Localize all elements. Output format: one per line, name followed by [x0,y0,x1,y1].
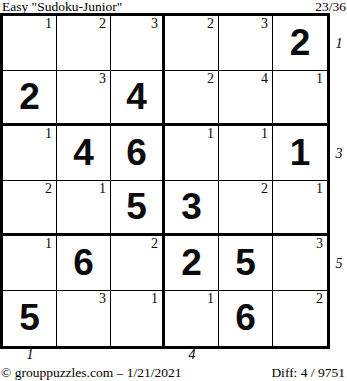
cell-value: 4 [73,134,94,171]
corner-mark: 2 [99,16,106,32]
cell-value: 2 [181,244,202,281]
footer: © grouppuzzles.com – 1/21/2021 Diff: 4 /… [0,365,347,381]
column-label-4: 4 [184,346,200,364]
cell-r6c5[interactable]: 6 [219,291,273,346]
corner-mark: 1 [261,126,268,142]
cell-r3c5[interactable]: 1 [219,126,273,181]
cell-r4c3[interactable]: 5 [111,181,165,236]
cell-r2c1[interactable]: 2 [3,71,57,126]
cell-r5c3[interactable]: 2 [111,236,165,291]
row-label-5: 5 [331,255,347,273]
cell-r5c4[interactable]: 2 [165,236,219,291]
cell-r4c4[interactable]: 3 [165,181,219,236]
cell-r4c1[interactable]: 2 [3,181,57,236]
cell-r3c1[interactable]: 1 [3,126,57,181]
cell-r1c6[interactable]: 2 [273,16,327,71]
puzzle-page: Easy "Sudoku-Junior" 23/36 1232322342411… [0,0,347,381]
cell-r3c4[interactable]: 1 [165,126,219,181]
corner-mark: 2 [151,236,158,252]
cell-r2c4[interactable]: 2 [165,71,219,126]
corner-mark: 1 [207,126,214,142]
corner-mark: 1 [151,291,158,307]
cell-r2c2[interactable]: 3 [57,71,111,126]
cell-r4c6[interactable]: 1 [273,181,327,236]
corner-mark: 3 [316,236,323,252]
puzzle-counter: 23/36 [315,0,346,14]
cell-r5c2[interactable]: 6 [57,236,111,291]
row-label-3: 3 [331,145,347,163]
cell-r4c5[interactable]: 2 [219,181,273,236]
corner-mark: 2 [45,181,52,197]
cell-r1c3[interactable]: 3 [111,16,165,71]
cell-value: 6 [73,244,94,281]
cell-value: 5 [126,188,147,225]
copyright-text: © grouppuzzles.com – 1/21/2021 [1,365,181,381]
corner-mark: 1 [99,181,106,197]
corner-mark: 1 [316,181,323,197]
cell-r3c3[interactable]: 6 [111,126,165,181]
cell-value: 5 [19,299,40,336]
cell-r2c3[interactable]: 4 [111,71,165,126]
corner-mark: 1 [45,16,52,32]
cell-r5c1[interactable]: 1 [3,236,57,291]
corner-mark: 1 [45,236,52,252]
header: Easy "Sudoku-Junior" 23/36 [0,0,347,14]
cell-value: 6 [235,299,256,336]
cell-r5c5[interactable]: 5 [219,236,273,291]
corner-mark: 2 [207,71,214,87]
corner-mark: 1 [316,71,323,87]
cell-value: 6 [126,134,147,171]
cell-r6c3[interactable]: 1 [111,291,165,346]
corner-mark: 2 [261,181,268,197]
cell-r6c6[interactable]: 2 [273,291,327,346]
cell-r1c1[interactable]: 1 [3,16,57,71]
sudoku-board: 123232234241146111215321162253531162 [0,13,330,349]
corner-mark: 2 [207,16,214,32]
corner-mark: 3 [151,16,158,32]
corner-mark: 2 [316,291,323,307]
cell-value: 3 [181,188,202,225]
cell-value: 2 [290,24,311,61]
puzzle-title: Easy "Sudoku-Junior" [2,0,122,14]
corner-mark: 3 [99,71,106,87]
corner-mark: 4 [261,71,268,87]
cell-r4c2[interactable]: 1 [57,181,111,236]
cell-r6c4[interactable]: 1 [165,291,219,346]
corner-mark: 1 [207,291,214,307]
cell-r3c6[interactable]: 1 [273,126,327,181]
cell-r6c2[interactable]: 3 [57,291,111,346]
corner-mark: 3 [99,291,106,307]
row-label-1: 1 [331,35,347,53]
corner-mark: 1 [45,126,52,142]
cell-r2c6[interactable]: 1 [273,71,327,126]
cell-value: 5 [235,244,256,281]
cell-r1c4[interactable]: 2 [165,16,219,71]
difficulty-text: Diff: 4 / 9751 [271,365,345,381]
corner-mark: 3 [261,16,268,32]
cell-r5c6[interactable]: 3 [273,236,327,291]
cell-r6c1[interactable]: 5 [3,291,57,346]
cell-r3c2[interactable]: 4 [57,126,111,181]
cell-value: 1 [290,134,311,171]
column-label-1: 1 [22,346,38,364]
cell-r1c5[interactable]: 3 [219,16,273,71]
cell-value: 4 [126,78,147,115]
cell-value: 2 [19,78,40,115]
cell-r1c2[interactable]: 2 [57,16,111,71]
cell-r2c5[interactable]: 4 [219,71,273,126]
